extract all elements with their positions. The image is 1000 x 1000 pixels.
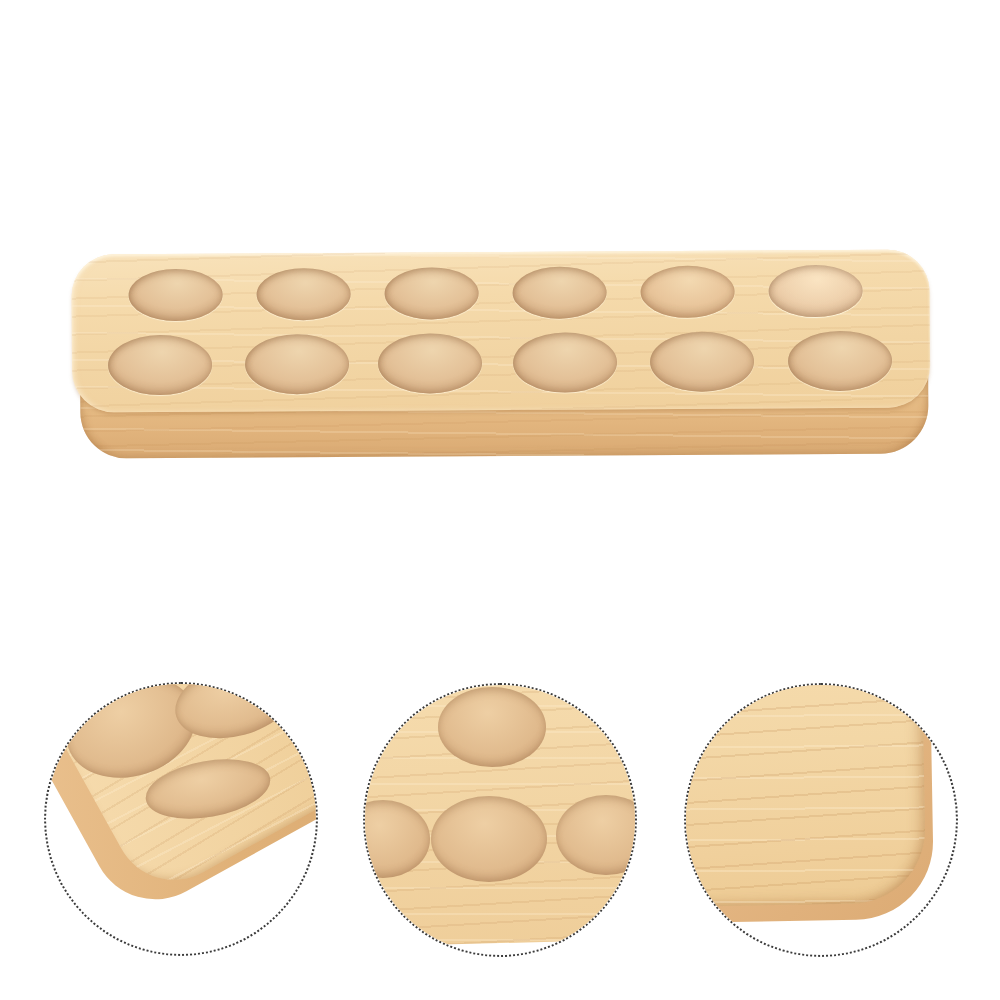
- pit-cell-r2c4: [496, 327, 624, 398]
- detail2-pit-top: [438, 687, 546, 767]
- pit-r2c2[interactable]: [245, 334, 349, 395]
- pit-cell-r1c3: [367, 258, 495, 329]
- detail-view-pit-hollows: [363, 683, 637, 957]
- detail-view-corner-pits: [44, 682, 318, 956]
- pit-cell-r2c5: [624, 326, 752, 397]
- pit-cell-r2c3: [368, 328, 496, 399]
- pit-cell-r1c1: [111, 260, 239, 331]
- detail3-wood-top-face: [684, 683, 926, 908]
- pit-cell-r2c6: [752, 326, 880, 397]
- detail-view-rounded-corner: [684, 683, 958, 957]
- pit-cell-r2c2: [240, 329, 368, 400]
- pit-r1c6[interactable]: [768, 265, 862, 318]
- pit-r2c4[interactable]: [513, 332, 617, 393]
- detail2-pit-center: [431, 796, 547, 882]
- pit-cell-r2c1: [112, 330, 240, 401]
- pit-r1c3[interactable]: [384, 267, 478, 320]
- pit-r1c1[interactable]: [128, 269, 222, 322]
- pit-r2c6[interactable]: [788, 331, 892, 392]
- pit-grid: [111, 256, 880, 401]
- pit-r1c2[interactable]: [256, 268, 350, 321]
- pit-r2c1[interactable]: [108, 335, 212, 396]
- pit-cell-r1c2: [239, 259, 367, 330]
- pit-r2c3[interactable]: [378, 333, 482, 394]
- pit-cell-r1c5: [623, 256, 751, 327]
- mancala-board: [71, 249, 930, 458]
- pit-r1c5[interactable]: [640, 266, 734, 319]
- product-photo: [0, 0, 1000, 1000]
- pit-r2c5[interactable]: [650, 331, 754, 392]
- pit-r1c4[interactable]: [512, 266, 606, 319]
- pit-cell-r1c4: [495, 257, 623, 328]
- pit-cell-r1c6: [751, 256, 879, 327]
